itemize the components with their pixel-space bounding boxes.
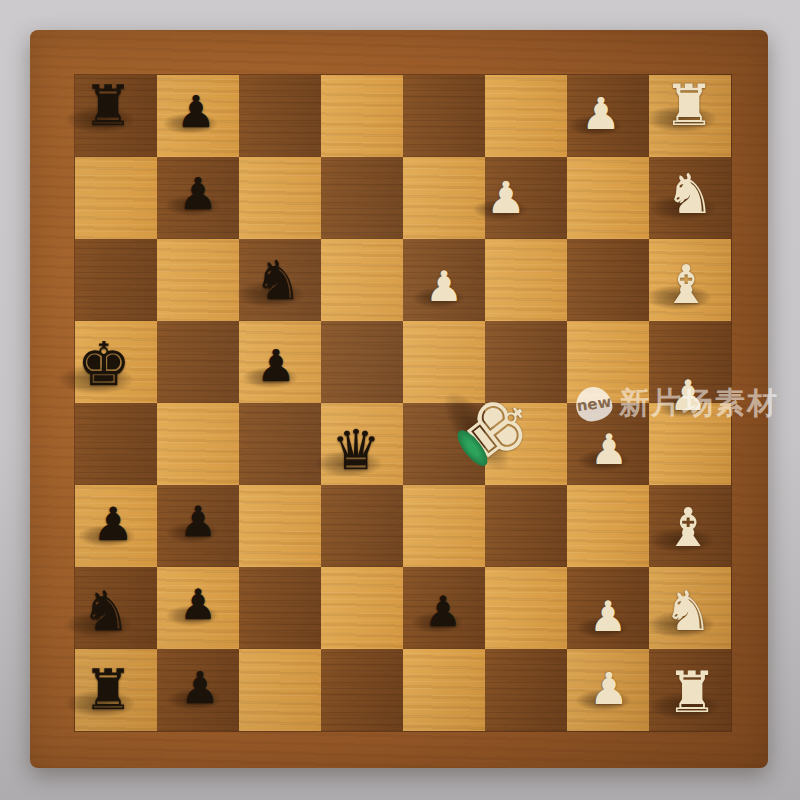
- white-pawn-glyph: ♟: [486, 176, 525, 220]
- square-c4[interactable]: [239, 403, 321, 485]
- black-knight[interactable]: ♞: [81, 584, 130, 639]
- black-pawn-glyph: ♟: [179, 584, 217, 626]
- black-pawn-glyph: ♟: [256, 344, 295, 388]
- black-knight-glyph: ♞: [81, 584, 130, 639]
- black-queen[interactable]: ♛: [331, 423, 380, 478]
- black-pawn[interactable]: ♟: [424, 591, 462, 633]
- black-pawn[interactable]: ♟: [176, 90, 215, 134]
- square-b4[interactable]: [157, 403, 239, 485]
- square-e5[interactable]: [403, 321, 485, 403]
- black-pawn-glyph: ♟: [180, 666, 219, 710]
- black-pawn[interactable]: ♟: [256, 344, 295, 388]
- square-e3[interactable]: [403, 485, 485, 567]
- white-pawn-glyph: ♟: [590, 429, 628, 471]
- black-pawn[interactable]: ♟: [178, 172, 217, 216]
- black-pawn-glyph: ♟: [92, 501, 133, 547]
- square-g7[interactable]: [567, 157, 649, 239]
- square-f1[interactable]: [485, 649, 567, 731]
- black-rook-glyph: ♜: [83, 662, 133, 718]
- square-a7[interactable]: [75, 157, 157, 239]
- white-pawn[interactable]: ♟: [669, 375, 707, 417]
- black-knight-glyph: ♞: [254, 254, 302, 308]
- black-pawn-glyph: ♟: [176, 90, 215, 134]
- white-rook[interactable]: ♜: [663, 77, 714, 134]
- square-d6[interactable]: [321, 239, 403, 321]
- black-rook[interactable]: ♜: [83, 662, 133, 718]
- square-g3[interactable]: [567, 485, 649, 567]
- black-pawn-glyph: ♟: [179, 501, 217, 543]
- square-g5[interactable]: [567, 321, 649, 403]
- white-pawn[interactable]: ♟: [581, 92, 620, 136]
- black-king-glyph: ♚: [77, 334, 131, 394]
- square-b6[interactable]: [157, 239, 239, 321]
- white-pawn[interactable]: ♟: [590, 429, 628, 471]
- square-a4[interactable]: [75, 403, 157, 485]
- white-pawn-glyph: ♟: [669, 375, 707, 417]
- black-king[interactable]: ♚: [77, 334, 131, 394]
- square-a6[interactable]: [75, 239, 157, 321]
- white-bishop-glyph: ♝: [662, 258, 710, 311]
- square-c3[interactable]: [239, 485, 321, 567]
- chess-board-frame: [30, 30, 768, 768]
- white-pawn[interactable]: ♟: [425, 266, 463, 308]
- square-d8[interactable]: [321, 75, 403, 157]
- square-d2[interactable]: [321, 567, 403, 649]
- white-rook-glyph: ♜: [663, 77, 714, 134]
- white-knight-glyph: ♞: [663, 584, 712, 639]
- square-d7[interactable]: [321, 157, 403, 239]
- square-f8[interactable]: [485, 75, 567, 157]
- square-e1[interactable]: [403, 649, 485, 731]
- black-pawn-glyph: ♟: [178, 172, 217, 216]
- white-pawn-glyph: ♟: [589, 667, 628, 711]
- square-c7[interactable]: [239, 157, 321, 239]
- white-knight-glyph: ♞: [665, 167, 714, 222]
- square-f6[interactable]: [485, 239, 567, 321]
- chessboard-photo-scene: ♜♟♟♞♟♚♛♟♟♞♟♜♟♟♟♜♟♞♟♝♟♚♟♝♟♞♟♜ new 新片场素材: [0, 0, 800, 800]
- black-pawn[interactable]: ♟: [92, 501, 133, 547]
- square-e7[interactable]: [403, 157, 485, 239]
- white-rook[interactable]: ♜: [666, 664, 717, 721]
- square-d3[interactable]: [321, 485, 403, 567]
- black-queen-glyph: ♛: [331, 423, 380, 478]
- square-d1[interactable]: [321, 649, 403, 731]
- square-f3[interactable]: [485, 485, 567, 567]
- white-pawn[interactable]: ♟: [589, 667, 628, 711]
- black-rook-glyph: ♜: [83, 78, 133, 134]
- black-pawn[interactable]: ♟: [179, 501, 217, 543]
- square-f2[interactable]: [485, 567, 567, 649]
- white-bishop[interactable]: ♝: [664, 501, 712, 554]
- square-b5[interactable]: [157, 321, 239, 403]
- square-c2[interactable]: [239, 567, 321, 649]
- white-knight[interactable]: ♞: [665, 167, 714, 222]
- black-pawn-glyph: ♟: [424, 591, 462, 633]
- chess-board: [75, 75, 731, 731]
- white-pawn[interactable]: ♟: [486, 176, 525, 220]
- white-pawn-glyph: ♟: [425, 266, 463, 308]
- square-c8[interactable]: [239, 75, 321, 157]
- black-rook[interactable]: ♜: [83, 78, 133, 134]
- white-pawn-glyph: ♟: [581, 92, 620, 136]
- white-bishop[interactable]: ♝: [662, 258, 710, 311]
- square-c1[interactable]: [239, 649, 321, 731]
- white-bishop-glyph: ♝: [664, 501, 712, 554]
- square-g6[interactable]: [567, 239, 649, 321]
- square-e8[interactable]: [403, 75, 485, 157]
- white-knight[interactable]: ♞: [663, 584, 712, 639]
- black-knight[interactable]: ♞: [254, 254, 302, 308]
- white-pawn[interactable]: ♟: [589, 596, 627, 638]
- black-pawn[interactable]: ♟: [179, 584, 217, 626]
- white-rook-glyph: ♜: [666, 664, 717, 721]
- black-pawn[interactable]: ♟: [180, 666, 219, 710]
- white-pawn-glyph: ♟: [589, 596, 627, 638]
- square-d5[interactable]: [321, 321, 403, 403]
